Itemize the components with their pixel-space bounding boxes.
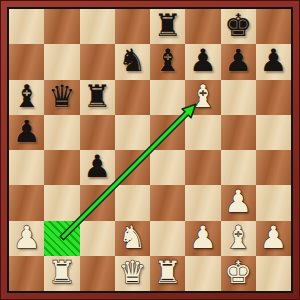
board-frame: ♜♚♞♝♟♟♟♝♛♜♝♟♟♟♟♞♟♝♟♜♛♜♚ xyxy=(0,0,300,300)
piece-black-bishop[interactable]: ♝ xyxy=(154,45,182,76)
piece-black-pawn[interactable]: ♟ xyxy=(189,45,217,76)
square-e3[interactable] xyxy=(150,185,185,220)
square-d1[interactable]: ♛ xyxy=(115,256,150,291)
square-e1[interactable]: ♜ xyxy=(150,256,185,291)
square-d8[interactable] xyxy=(115,9,150,44)
square-c1[interactable] xyxy=(80,256,115,291)
square-f1[interactable] xyxy=(185,256,220,291)
square-f4[interactable] xyxy=(185,150,220,185)
square-e5[interactable] xyxy=(150,115,185,150)
square-g2[interactable]: ♝ xyxy=(221,221,256,256)
square-g7[interactable]: ♟ xyxy=(221,44,256,79)
square-a2[interactable]: ♟ xyxy=(9,221,44,256)
square-h2[interactable]: ♟ xyxy=(256,221,291,256)
piece-black-rook[interactable]: ♜ xyxy=(83,81,111,112)
square-g4[interactable] xyxy=(221,150,256,185)
square-c3[interactable] xyxy=(80,185,115,220)
square-a8[interactable] xyxy=(9,9,44,44)
square-d5[interactable] xyxy=(115,115,150,150)
square-c8[interactable] xyxy=(80,9,115,44)
square-c6[interactable]: ♜ xyxy=(80,80,115,115)
square-f7[interactable]: ♟ xyxy=(185,44,220,79)
piece-white-bishop[interactable]: ♝ xyxy=(189,81,217,112)
squares-grid: ♜♚♞♝♟♟♟♝♛♜♝♟♟♟♟♞♟♝♟♜♛♜♚ xyxy=(9,9,291,291)
square-b2[interactable] xyxy=(44,221,79,256)
piece-white-pawn[interactable]: ♟ xyxy=(189,222,217,253)
square-c5[interactable] xyxy=(80,115,115,150)
piece-black-knight[interactable]: ♞ xyxy=(118,45,146,76)
square-a7[interactable] xyxy=(9,44,44,79)
square-b1[interactable]: ♜ xyxy=(44,256,79,291)
square-f2[interactable]: ♟ xyxy=(185,221,220,256)
square-c7[interactable] xyxy=(80,44,115,79)
square-e4[interactable] xyxy=(150,150,185,185)
square-h1[interactable] xyxy=(256,256,291,291)
piece-white-rook[interactable]: ♜ xyxy=(48,257,76,288)
square-d6[interactable] xyxy=(115,80,150,115)
square-g5[interactable] xyxy=(221,115,256,150)
square-h8[interactable] xyxy=(256,9,291,44)
square-e8[interactable]: ♜ xyxy=(150,9,185,44)
square-h4[interactable] xyxy=(256,150,291,185)
piece-black-pawn[interactable]: ♟ xyxy=(224,45,252,76)
piece-white-queen[interactable]: ♛ xyxy=(118,257,146,288)
square-h3[interactable] xyxy=(256,185,291,220)
square-b6[interactable]: ♛ xyxy=(44,80,79,115)
piece-white-knight[interactable]: ♞ xyxy=(118,222,146,253)
square-h5[interactable] xyxy=(256,115,291,150)
square-d3[interactable] xyxy=(115,185,150,220)
piece-black-bishop[interactable]: ♝ xyxy=(13,81,41,112)
square-b3[interactable] xyxy=(44,185,79,220)
square-e7[interactable]: ♝ xyxy=(150,44,185,79)
square-a1[interactable] xyxy=(9,256,44,291)
square-c4[interactable]: ♟ xyxy=(80,150,115,185)
square-b4[interactable] xyxy=(44,150,79,185)
square-h7[interactable]: ♟ xyxy=(256,44,291,79)
square-f5[interactable] xyxy=(185,115,220,150)
piece-white-pawn[interactable]: ♟ xyxy=(13,222,41,253)
square-e6[interactable] xyxy=(150,80,185,115)
piece-white-bishop[interactable]: ♝ xyxy=(224,222,252,253)
square-d7[interactable]: ♞ xyxy=(115,44,150,79)
piece-black-pawn[interactable]: ♟ xyxy=(13,116,41,147)
square-h6[interactable] xyxy=(256,80,291,115)
square-f6[interactable]: ♝ xyxy=(185,80,220,115)
square-d2[interactable]: ♞ xyxy=(115,221,150,256)
square-d4[interactable] xyxy=(115,150,150,185)
piece-black-rook[interactable]: ♜ xyxy=(154,10,182,41)
piece-white-rook[interactable]: ♜ xyxy=(154,257,182,288)
piece-white-pawn[interactable]: ♟ xyxy=(224,186,252,217)
piece-black-pawn[interactable]: ♟ xyxy=(259,45,287,76)
square-a3[interactable] xyxy=(9,185,44,220)
square-g8[interactable]: ♚ xyxy=(221,9,256,44)
square-b8[interactable] xyxy=(44,9,79,44)
square-e2[interactable] xyxy=(150,221,185,256)
square-a4[interactable] xyxy=(9,150,44,185)
square-a5[interactable]: ♟ xyxy=(9,115,44,150)
piece-white-king[interactable]: ♚ xyxy=(224,257,252,288)
square-b5[interactable] xyxy=(44,115,79,150)
square-g3[interactable]: ♟ xyxy=(221,185,256,220)
square-a6[interactable]: ♝ xyxy=(9,80,44,115)
square-g1[interactable]: ♚ xyxy=(221,256,256,291)
piece-black-king[interactable]: ♚ xyxy=(224,10,252,41)
square-f8[interactable] xyxy=(185,9,220,44)
square-g6[interactable] xyxy=(221,80,256,115)
piece-white-pawn[interactable]: ♟ xyxy=(259,222,287,253)
square-f3[interactable] xyxy=(185,185,220,220)
square-b7[interactable] xyxy=(44,44,79,79)
chess-board[interactable]: ♜♚♞♝♟♟♟♝♛♜♝♟♟♟♟♞♟♝♟♜♛♜♚ xyxy=(7,7,293,293)
piece-black-pawn[interactable]: ♟ xyxy=(83,151,111,182)
square-c2[interactable] xyxy=(80,221,115,256)
piece-black-queen[interactable]: ♛ xyxy=(48,81,76,112)
chess-app: ♜♚♞♝♟♟♟♝♛♜♝♟♟♟♟♞♟♝♟♜♛♜♚ xyxy=(0,0,300,300)
